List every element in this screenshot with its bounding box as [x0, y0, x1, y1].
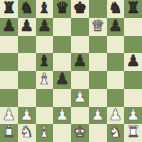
white-pawn[interactable]: ♟ [55, 107, 69, 123]
square-f7[interactable]: ♛ [89, 18, 107, 36]
square-b4[interactable] [18, 71, 36, 89]
square-g5[interactable] [107, 53, 125, 71]
square-e5[interactable]: ♟ [71, 53, 89, 71]
square-g4[interactable] [107, 71, 125, 89]
square-a5[interactable] [0, 53, 18, 71]
black-pawn[interactable]: ♟ [73, 54, 87, 70]
black-bishop[interactable]: ♝ [37, 54, 51, 70]
square-c8[interactable]: ♝ [36, 0, 54, 18]
square-h3[interactable] [124, 89, 142, 107]
white-pawn[interactable]: ♟ [91, 107, 105, 123]
square-f2[interactable]: ♟ [89, 107, 107, 125]
chess-board: ♜♞♝♛♚♞♜♟♟♟♛♟♝♟♟♝♟♟♟♟♟♟♟♟♜♞♝♚♞♜ [0, 0, 142, 142]
black-pawn[interactable]: ♟ [37, 18, 51, 34]
square-e4[interactable] [71, 71, 89, 89]
black-knight[interactable]: ♞ [108, 1, 122, 17]
square-g3[interactable] [107, 89, 125, 107]
square-b1[interactable]: ♞ [18, 124, 36, 142]
square-d6[interactable] [53, 36, 71, 54]
square-b2[interactable]: ♟ [18, 107, 36, 125]
square-f3[interactable] [89, 89, 107, 107]
square-g7[interactable]: ♟ [107, 18, 125, 36]
square-a4[interactable] [0, 71, 18, 89]
square-c3[interactable] [36, 89, 54, 107]
black-bishop[interactable]: ♝ [37, 1, 51, 17]
square-f4[interactable] [89, 71, 107, 89]
black-pawn[interactable]: ♟ [108, 18, 122, 34]
square-c7[interactable]: ♟ [36, 18, 54, 36]
square-b3[interactable] [18, 89, 36, 107]
square-e1[interactable]: ♚ [71, 124, 89, 142]
white-pawn[interactable]: ♟ [2, 107, 16, 123]
square-h2[interactable]: ♟ [124, 107, 142, 125]
square-b8[interactable]: ♞ [18, 0, 36, 18]
square-a3[interactable] [0, 89, 18, 107]
square-h7[interactable] [124, 18, 142, 36]
white-rook[interactable]: ♜ [126, 125, 140, 141]
white-pawn[interactable]: ♟ [20, 107, 34, 123]
black-pawn[interactable]: ♟ [20, 18, 34, 34]
square-d8[interactable]: ♛ [53, 0, 71, 18]
white-knight[interactable]: ♞ [20, 125, 34, 141]
square-a1[interactable]: ♜ [0, 124, 18, 142]
white-knight[interactable]: ♞ [108, 125, 122, 141]
white-rook[interactable]: ♜ [2, 125, 16, 141]
square-e2[interactable] [71, 107, 89, 125]
square-h1[interactable]: ♜ [124, 124, 142, 142]
square-f5[interactable] [89, 53, 107, 71]
square-b5[interactable] [18, 53, 36, 71]
black-rook[interactable]: ♜ [126, 1, 140, 17]
square-c1[interactable]: ♝ [36, 124, 54, 142]
square-h5[interactable]: ♟ [124, 53, 142, 71]
white-queen[interactable]: ♛ [91, 18, 105, 34]
black-queen[interactable]: ♛ [55, 1, 69, 17]
white-king[interactable]: ♚ [73, 125, 87, 141]
square-g8[interactable]: ♞ [107, 0, 125, 18]
square-d5[interactable] [53, 53, 71, 71]
square-a7[interactable]: ♟ [0, 18, 18, 36]
square-d4[interactable]: ♟ [53, 71, 71, 89]
square-c6[interactable] [36, 36, 54, 54]
square-b6[interactable] [18, 36, 36, 54]
square-a2[interactable]: ♟ [0, 107, 18, 125]
square-c4[interactable]: ♝ [36, 71, 54, 89]
square-e7[interactable] [71, 18, 89, 36]
square-e3[interactable]: ♟ [71, 89, 89, 107]
square-c2[interactable] [36, 107, 54, 125]
black-rook[interactable]: ♜ [2, 1, 16, 17]
square-d2[interactable]: ♟ [53, 107, 71, 125]
square-g2[interactable]: ♟ [107, 107, 125, 125]
white-bishop[interactable]: ♝ [37, 72, 51, 88]
square-h8[interactable]: ♜ [124, 0, 142, 18]
black-pawn[interactable]: ♟ [55, 72, 69, 88]
black-king[interactable]: ♚ [73, 1, 87, 17]
square-e6[interactable] [71, 36, 89, 54]
square-h6[interactable] [124, 36, 142, 54]
square-g1[interactable]: ♞ [107, 124, 125, 142]
square-c5[interactable]: ♝ [36, 53, 54, 71]
square-d7[interactable] [53, 18, 71, 36]
square-a6[interactable] [0, 36, 18, 54]
black-pawn[interactable]: ♟ [126, 54, 140, 70]
white-pawn[interactable]: ♟ [108, 107, 122, 123]
square-g6[interactable] [107, 36, 125, 54]
white-pawn[interactable]: ♟ [73, 89, 87, 105]
square-f8[interactable] [89, 0, 107, 18]
black-knight[interactable]: ♞ [20, 1, 34, 17]
square-d1[interactable] [53, 124, 71, 142]
square-f6[interactable] [89, 36, 107, 54]
square-a8[interactable]: ♜ [0, 0, 18, 18]
square-b7[interactable]: ♟ [18, 18, 36, 36]
white-bishop[interactable]: ♝ [37, 125, 51, 141]
square-f1[interactable] [89, 124, 107, 142]
square-h4[interactable] [124, 71, 142, 89]
square-e8[interactable]: ♚ [71, 0, 89, 18]
black-pawn[interactable]: ♟ [2, 18, 16, 34]
square-d3[interactable] [53, 89, 71, 107]
white-pawn[interactable]: ♟ [126, 107, 140, 123]
